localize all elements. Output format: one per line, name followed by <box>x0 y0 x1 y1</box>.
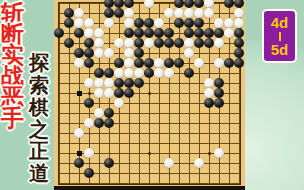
black-stone <box>144 58 154 68</box>
black-stone <box>104 68 114 78</box>
white-stone <box>214 58 224 68</box>
black-stone <box>194 18 204 28</box>
white-stone <box>214 18 224 28</box>
hoshi-dot <box>208 152 211 155</box>
black-stone <box>194 38 204 48</box>
banner-char: 手 <box>1 108 24 129</box>
white-stone <box>234 18 244 28</box>
white-stone <box>164 68 174 78</box>
black-stone <box>144 18 154 28</box>
white-stone <box>94 28 104 38</box>
rank-badge-top: 4d <box>271 15 289 31</box>
white-stone <box>214 38 224 48</box>
white-stone <box>74 58 84 68</box>
black-stone <box>154 28 164 38</box>
white-stone <box>164 8 174 18</box>
white-stone <box>114 38 124 48</box>
white-stone <box>194 158 204 168</box>
white-stone <box>224 28 234 38</box>
black-stone <box>64 8 74 18</box>
black-stone <box>94 118 104 128</box>
white-stone <box>184 8 194 18</box>
black-stone <box>214 78 224 88</box>
black-stone <box>164 38 174 48</box>
black-stone <box>234 28 244 38</box>
white-stone <box>94 108 104 118</box>
white-stone <box>104 88 114 98</box>
white-stone <box>104 78 114 88</box>
black-stone <box>124 88 134 98</box>
black-stone <box>174 58 184 68</box>
black-stone <box>154 38 164 48</box>
white-stone <box>154 68 164 78</box>
black-stone <box>204 28 214 38</box>
white-stone <box>194 8 204 18</box>
white-stone <box>84 28 94 38</box>
white-stone <box>84 78 94 88</box>
black-stone <box>124 28 134 38</box>
white-stone <box>204 78 214 88</box>
white-stone <box>134 68 144 78</box>
hoshi-dot <box>148 92 151 95</box>
move-marker <box>77 91 82 96</box>
black-stone <box>134 48 144 58</box>
black-stone <box>114 88 124 98</box>
white-stone <box>94 48 104 58</box>
white-stone <box>74 8 84 18</box>
black-stone <box>104 108 114 118</box>
black-stone <box>234 0 244 8</box>
white-stone <box>124 68 134 78</box>
black-stone <box>234 48 244 58</box>
white-stone <box>74 18 84 28</box>
second-banner-text: 探索棋之正道 <box>29 52 49 184</box>
black-stone <box>184 68 194 78</box>
white-stone <box>154 58 164 68</box>
white-stone <box>184 48 194 58</box>
white-stone <box>114 68 124 78</box>
white-stone <box>204 88 214 98</box>
black-stone <box>104 118 114 128</box>
white-stone <box>194 58 204 68</box>
black-stone <box>84 168 94 178</box>
banner-char: 道 <box>29 162 49 184</box>
left-banner-text: 斩断实战恶手 <box>1 3 24 129</box>
white-stone <box>84 148 94 158</box>
white-stone <box>104 48 114 58</box>
black-stone <box>164 28 174 38</box>
white-stone <box>124 48 134 58</box>
black-stone <box>84 48 94 58</box>
white-stone <box>174 8 184 18</box>
white-stone <box>94 88 104 98</box>
black-stone <box>224 58 234 68</box>
black-stone <box>114 78 124 88</box>
black-stone <box>64 18 74 28</box>
black-stone <box>104 8 114 18</box>
black-stone <box>134 18 144 28</box>
black-stone <box>54 28 64 38</box>
white-stone <box>124 18 134 28</box>
black-stone <box>134 28 144 38</box>
white-stone <box>84 118 94 128</box>
black-stone <box>184 28 194 38</box>
black-stone <box>214 88 224 98</box>
black-stone <box>84 58 94 68</box>
white-stone <box>74 128 84 138</box>
white-stone <box>124 8 134 18</box>
black-stone <box>174 38 184 48</box>
go-board[interactable] <box>54 0 245 186</box>
white-stone <box>234 8 244 18</box>
board-bottom-edge <box>54 186 245 190</box>
white-stone <box>124 38 134 48</box>
black-stone <box>104 158 114 168</box>
video-thumbnail: 斩断实战恶手 探索棋之正道 4d 5d <box>0 0 304 190</box>
black-stone <box>114 8 124 18</box>
rank-badge: 4d 5d <box>262 9 297 63</box>
white-stone <box>204 8 214 18</box>
rank-badge-bottom: 5d <box>271 42 289 58</box>
white-stone <box>94 38 104 48</box>
black-stone <box>74 158 84 168</box>
white-stone <box>224 18 234 28</box>
black-stone <box>134 38 144 48</box>
black-stone <box>144 68 154 78</box>
black-stone <box>234 38 244 48</box>
white-stone <box>104 18 114 28</box>
black-stone <box>64 38 74 48</box>
white-stone <box>114 98 124 108</box>
black-stone <box>94 68 104 78</box>
black-stone <box>134 78 144 88</box>
white-stone <box>164 158 174 168</box>
white-stone <box>184 38 194 48</box>
black-stone <box>204 38 214 48</box>
white-stone <box>214 148 224 158</box>
black-stone <box>84 98 94 108</box>
hoshi-dot <box>88 92 91 95</box>
white-stone <box>84 18 94 28</box>
black-stone <box>84 38 94 48</box>
move-marker <box>77 151 82 156</box>
black-stone <box>144 28 154 38</box>
black-stone <box>114 58 124 68</box>
hoshi-dot <box>148 152 151 155</box>
black-stone <box>74 48 84 58</box>
black-stone <box>174 18 184 28</box>
black-stone <box>164 58 174 68</box>
black-stone <box>234 58 244 68</box>
rank-badge-divider <box>279 32 281 41</box>
white-stone <box>124 58 134 68</box>
black-stone <box>134 58 144 68</box>
black-stone <box>124 78 134 88</box>
white-stone <box>144 38 154 48</box>
white-stone <box>154 18 164 28</box>
white-stone <box>94 78 104 88</box>
black-stone <box>74 28 84 38</box>
black-stone <box>184 18 194 28</box>
black-stone <box>204 98 214 108</box>
black-stone <box>214 28 224 38</box>
black-stone <box>214 98 224 108</box>
black-stone <box>194 28 204 38</box>
